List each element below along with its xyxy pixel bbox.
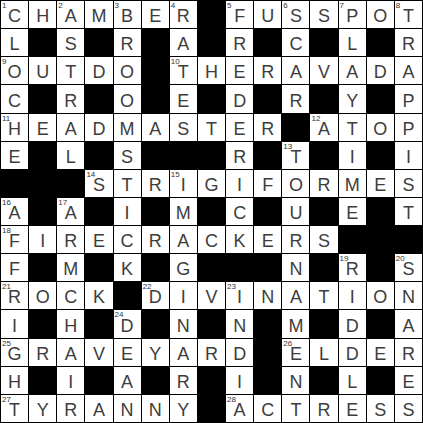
cell-r7c6[interactable]: R [142, 170, 169, 197]
clue-number: 25 [2, 339, 11, 348]
block-r4c14 [367, 85, 394, 112]
cell-letter: S [65, 35, 77, 56]
cell-letter: S [374, 401, 386, 422]
cell-r13c11[interactable]: 26E [282, 339, 309, 366]
cell-r14c7[interactable]: R [170, 367, 197, 394]
cell-letter: A [93, 401, 105, 422]
cell-letter: C [233, 204, 246, 225]
cell-letter: F [9, 232, 20, 253]
cell-r13c12[interactable]: L [310, 339, 337, 366]
cell-r5c7[interactable]: S [170, 114, 197, 141]
cell-r9c2[interactable]: I [29, 226, 56, 253]
cell-letter: O [373, 288, 387, 309]
cell-letter: I [40, 232, 45, 253]
cell-r14c9[interactable]: I [226, 367, 253, 394]
cell-letter: Y [177, 401, 189, 422]
block-r10c10 [254, 254, 281, 281]
cell-r4c3[interactable]: R [57, 85, 84, 112]
cell-r11c1[interactable]: 21R [1, 282, 28, 309]
cell-letter: S [93, 176, 105, 197]
clue-number: 13 [283, 142, 292, 151]
cell-r3c15[interactable]: A [395, 57, 422, 84]
cell-letter: I [12, 317, 17, 338]
cell-r10c13[interactable]: 19R [339, 254, 366, 281]
block-r3c6 [142, 57, 169, 84]
cell-r2c15[interactable]: R [395, 29, 422, 56]
cell-r13c3[interactable]: A [57, 339, 84, 366]
cell-letter: O [289, 176, 303, 197]
cell-letter: C [8, 7, 21, 28]
cell-letter: V [93, 345, 105, 366]
cell-r14c3[interactable]: I [57, 367, 84, 394]
cell-r7c7[interactable]: 15I [170, 170, 197, 197]
cell-r15c9[interactable]: 28A [226, 395, 253, 422]
cell-r1c3[interactable]: 2A [57, 1, 84, 28]
cell-r1c14[interactable]: O [367, 1, 394, 28]
cell-r4c5[interactable]: O [114, 85, 141, 112]
cell-letter: M [91, 7, 106, 28]
cell-r15c5[interactable]: N [114, 395, 141, 422]
cell-r15c3[interactable]: R [57, 395, 84, 422]
block-r14c2 [29, 367, 56, 394]
clue-number: 22 [143, 282, 152, 291]
cell-r3c14[interactable]: D [367, 57, 394, 84]
block-r9c15 [395, 226, 422, 253]
block-r12c14 [367, 310, 394, 337]
cell-r13c13[interactable]: D [339, 339, 366, 366]
cell-r9c12[interactable]: S [310, 226, 337, 253]
cell-r13c4[interactable]: V [85, 339, 112, 366]
cell-letter: T [347, 120, 358, 141]
cell-r8c13[interactable]: E [339, 198, 366, 225]
block-r4c8 [198, 85, 225, 112]
cell-letter: Y [149, 345, 161, 366]
cell-r5c10[interactable]: R [254, 114, 281, 141]
cell-r14c15[interactable]: E [395, 367, 422, 394]
cell-r7c15[interactable]: S [395, 170, 422, 197]
cell-r1c10[interactable]: U [254, 1, 281, 28]
cell-letter: F [9, 260, 20, 281]
cell-r3c10[interactable]: R [254, 57, 281, 84]
cell-r9c11[interactable]: R [282, 226, 309, 253]
cell-r5c12[interactable]: 12A [310, 114, 337, 141]
cell-r1c15[interactable]: 8T [395, 1, 422, 28]
block-r2c14 [367, 29, 394, 56]
cell-letter: V [205, 288, 217, 309]
cell-r15c10[interactable]: C [254, 395, 281, 422]
cell-r9c6[interactable]: R [142, 226, 169, 253]
cell-r10c7[interactable]: G [170, 254, 197, 281]
cell-r9c4[interactable]: E [85, 226, 112, 253]
cell-r3c12[interactable]: V [310, 57, 337, 84]
cell-r7c14[interactable]: E [367, 170, 394, 197]
clue-number: 4 [171, 1, 175, 10]
cell-r10c15[interactable]: 20S [395, 254, 422, 281]
cell-r3c3[interactable]: T [57, 57, 84, 84]
block-r2c10 [254, 29, 281, 56]
cell-r8c15[interactable]: T [395, 198, 422, 225]
cell-r6c9[interactable]: R [226, 142, 253, 169]
cell-letter: T [403, 7, 414, 28]
block-r2c8 [198, 29, 225, 56]
clue-number: 14 [86, 170, 95, 179]
cell-letter: L [347, 373, 357, 394]
cell-letter: O [373, 120, 387, 141]
cell-r9c3[interactable]: R [57, 226, 84, 253]
cell-r15c13[interactable]: E [339, 395, 366, 422]
cell-r14c13[interactable]: L [339, 367, 366, 394]
clue-number: 26 [283, 339, 292, 348]
cell-letter: D [92, 63, 105, 84]
cell-letter: A [290, 288, 302, 309]
cell-letter: S [318, 232, 330, 253]
cell-letter: R [149, 176, 162, 197]
cell-letter: S [402, 176, 414, 197]
cell-letter: E [374, 176, 386, 197]
cell-letter: L [347, 35, 357, 56]
cell-r11c12[interactable]: T [310, 282, 337, 309]
cell-letter: E [234, 120, 246, 141]
cell-r13c7[interactable]: A [170, 339, 197, 366]
cell-r1c7[interactable]: 4R [170, 1, 197, 28]
block-r7c1 [1, 170, 28, 197]
cell-r15c4[interactable]: A [85, 395, 112, 422]
cell-r1c9[interactable]: 5F [226, 1, 253, 28]
cell-r8c1[interactable]: 16A [1, 198, 28, 225]
cell-r2c3[interactable]: S [57, 29, 84, 56]
cell-r12c11[interactable]: M [282, 310, 309, 337]
block-r6c14 [367, 142, 394, 169]
cell-letter: A [65, 7, 77, 28]
cell-r14c5[interactable]: A [114, 367, 141, 394]
cell-r5c5[interactable]: M [114, 114, 141, 141]
cell-r3c13[interactable]: A [339, 57, 366, 84]
cell-letter: C [8, 92, 21, 113]
cell-r5c15[interactable]: P [395, 114, 422, 141]
cell-letter: N [149, 401, 162, 422]
cell-r2c7[interactable]: A [170, 29, 197, 56]
cell-r1c5[interactable]: 3B [114, 1, 141, 28]
cell-r13c14[interactable]: E [367, 339, 394, 366]
cell-letter: H [8, 120, 21, 141]
cell-letter: I [237, 288, 242, 309]
block-r8c14 [367, 198, 394, 225]
cell-letter: N [289, 260, 302, 281]
cell-letter: C [64, 288, 77, 309]
cell-r1c12[interactable]: S [310, 1, 337, 28]
cell-letter: A [65, 120, 77, 141]
clue-number: 18 [2, 226, 11, 235]
cell-r6c15[interactable]: I [395, 142, 422, 169]
cell-r11c6[interactable]: 22D [142, 282, 169, 309]
block-r8c4 [85, 198, 112, 225]
cell-r11c13[interactable]: I [339, 282, 366, 309]
cell-r8c9[interactable]: C [226, 198, 253, 225]
cell-letter: D [346, 317, 359, 338]
cell-letter: R [318, 176, 331, 197]
cell-r15c2[interactable]: Y [29, 395, 56, 422]
clue-number: 9 [2, 57, 6, 66]
cell-letter: E [37, 120, 49, 141]
cell-r8c7[interactable]: M [170, 198, 197, 225]
clue-number: 17 [58, 198, 67, 207]
cell-r11c15[interactable]: N [395, 282, 422, 309]
block-r14c10 [254, 367, 281, 394]
cell-r4c7[interactable]: E [170, 85, 197, 112]
cell-r12c1[interactable]: I [1, 310, 28, 337]
cell-letter: L [319, 345, 329, 366]
cell-r3c1[interactable]: 9O [1, 57, 28, 84]
block-r14c8 [198, 367, 225, 394]
cell-r12c15[interactable]: A [395, 310, 422, 337]
cell-r9c7[interactable]: A [170, 226, 197, 253]
cell-r7c9[interactable]: I [226, 170, 253, 197]
cell-r5c8[interactable]: T [198, 114, 225, 141]
cell-r11c3[interactable]: C [57, 282, 84, 309]
clue-number: 15 [171, 170, 180, 179]
cell-letter: R [64, 232, 77, 253]
cell-r3c4[interactable]: D [85, 57, 112, 84]
cell-letter: E [290, 345, 302, 366]
cell-r3c5[interactable]: O [114, 57, 141, 84]
cell-letter: R [289, 232, 302, 253]
cell-r5c3[interactable]: A [57, 114, 84, 141]
cell-r11c2[interactable]: O [29, 282, 56, 309]
cell-letter: M [63, 260, 78, 281]
cell-letter: O [373, 7, 387, 28]
cell-r13c9[interactable]: D [226, 339, 253, 366]
cell-r13c5[interactable]: E [114, 339, 141, 366]
cell-letter: T [319, 288, 330, 309]
block-r10c12 [310, 254, 337, 281]
cell-r10c11[interactable]: N [282, 254, 309, 281]
cell-r2c5[interactable]: R [114, 29, 141, 56]
cell-r7c13[interactable]: M [339, 170, 366, 197]
cell-r3c7[interactable]: 10T [170, 57, 197, 84]
cell-r11c9[interactable]: 23I [226, 282, 253, 309]
cell-r3c11[interactable]: A [282, 57, 309, 84]
cell-r13c6[interactable]: Y [142, 339, 169, 366]
cell-letter: D [233, 92, 246, 113]
cell-letter: I [237, 373, 242, 394]
cell-letter: A [9, 204, 21, 225]
block-r2c12 [310, 29, 337, 56]
block-r13c10 [254, 339, 281, 366]
block-r6c7 [170, 142, 197, 169]
cell-r13c8[interactable]: R [198, 339, 225, 366]
cell-letter: R [36, 345, 49, 366]
cell-r9c8[interactable]: C [198, 226, 225, 253]
block-r5c11 [282, 114, 309, 141]
cell-r9c1[interactable]: 18F [1, 226, 28, 253]
cell-r4c9[interactable]: D [226, 85, 253, 112]
cell-r2c1[interactable]: L [1, 29, 28, 56]
cell-r8c3[interactable]: 17A [57, 198, 84, 225]
clue-number: 5 [227, 1, 231, 10]
clue-number: 1 [2, 1, 6, 10]
block-r7c2 [29, 170, 56, 197]
cell-r9c10[interactable]: E [254, 226, 281, 253]
cell-r6c11[interactable]: 13T [282, 142, 309, 169]
cell-r6c13[interactable]: I [339, 142, 366, 169]
cell-r7c11[interactable]: O [282, 170, 309, 197]
cell-letter: S [402, 401, 414, 422]
block-r12c4 [85, 310, 112, 337]
cell-r5c13[interactable]: T [339, 114, 366, 141]
cell-r13c2[interactable]: R [29, 339, 56, 366]
cell-letter: M [288, 317, 303, 338]
cell-r12c5[interactable]: 24D [114, 310, 141, 337]
cell-letter: P [346, 7, 358, 28]
cell-r5c9[interactable]: E [226, 114, 253, 141]
cell-r14c11[interactable]: N [282, 367, 309, 394]
cell-r13c1[interactable]: 25G [1, 339, 28, 366]
cell-r11c14[interactable]: O [367, 282, 394, 309]
cell-r15c6[interactable]: N [142, 395, 169, 422]
cell-letter: Y [346, 92, 358, 113]
cell-letter: R [64, 401, 77, 422]
cell-letter: S [121, 148, 133, 169]
block-r6c6 [142, 142, 169, 169]
cell-r11c4[interactable]: K [85, 282, 112, 309]
cell-r1c2[interactable]: H [29, 1, 56, 28]
cell-r8c11[interactable]: U [282, 198, 309, 225]
cell-letter: C [205, 232, 218, 253]
cell-r7c12[interactable]: R [310, 170, 337, 197]
block-r2c6 [142, 29, 169, 56]
cell-letter: R [402, 35, 415, 56]
clue-number: 23 [227, 282, 236, 291]
cell-r11c8[interactable]: V [198, 282, 225, 309]
cell-r7c10[interactable]: F [254, 170, 281, 197]
cell-r12c13[interactable]: D [339, 310, 366, 337]
cell-letter: M [120, 120, 135, 141]
cell-r14c1[interactable]: H [1, 367, 28, 394]
cell-r1c1[interactable]: 1C [1, 1, 28, 28]
cell-r15c12[interactable]: R [310, 395, 337, 422]
cell-r6c5[interactable]: S [114, 142, 141, 169]
cell-letter: E [402, 373, 414, 394]
cell-r10c1[interactable]: F [1, 254, 28, 281]
cell-r3c2[interactable]: U [29, 57, 56, 84]
cell-letter: U [261, 7, 274, 28]
cell-r1c13[interactable]: 7P [339, 1, 366, 28]
cell-r4c11[interactable]: R [282, 85, 309, 112]
cell-letter: R [121, 35, 134, 56]
cell-letter: R [346, 260, 359, 281]
cell-letter: Y [37, 401, 49, 422]
block-r7c3 [57, 170, 84, 197]
cell-r1c6[interactable]: E [142, 1, 169, 28]
cell-letter: T [122, 176, 133, 197]
block-r2c2 [29, 29, 56, 56]
block-r14c4 [85, 367, 112, 394]
block-r9c14 [367, 226, 394, 253]
cell-r3c8[interactable]: H [198, 57, 225, 84]
cell-r9c5[interactable]: C [114, 226, 141, 253]
cell-r11c11[interactable]: A [282, 282, 309, 309]
cell-r10c5[interactable]: K [114, 254, 141, 281]
cell-letter: N [233, 317, 246, 338]
cell-letter: A [234, 401, 246, 422]
cell-r5c2[interactable]: E [29, 114, 56, 141]
cell-r12c7[interactable]: N [170, 310, 197, 337]
cell-letter: C [261, 401, 274, 422]
cell-letter: R [261, 120, 274, 141]
cell-r12c9[interactable]: N [226, 310, 253, 337]
cell-r3c9[interactable]: E [226, 57, 253, 84]
cell-letter: R [233, 148, 246, 169]
block-r12c6 [142, 310, 169, 337]
clue-number: 2 [58, 1, 62, 10]
cell-r5c4[interactable]: D [85, 114, 112, 141]
cell-r2c9[interactable]: R [226, 29, 253, 56]
cell-letter: R [177, 7, 190, 28]
block-r12c2 [29, 310, 56, 337]
cell-letter: T [65, 63, 76, 84]
cell-r11c7[interactable]: I [170, 282, 197, 309]
cell-r5c6[interactable]: A [142, 114, 169, 141]
block-r6c10 [254, 142, 281, 169]
cell-r4c1[interactable]: C [1, 85, 28, 112]
cell-r12c3[interactable]: H [57, 310, 84, 337]
cell-letter: T [290, 148, 301, 169]
clue-number: 6 [283, 1, 287, 10]
cell-letter: S [402, 260, 414, 281]
cell-letter: A [402, 317, 414, 338]
cell-r11c10[interactable]: N [254, 282, 281, 309]
cell-r5c1[interactable]: 11H [1, 114, 28, 141]
cell-r2c11[interactable]: C [282, 29, 309, 56]
cell-letter: E [9, 148, 21, 169]
block-r4c2 [29, 85, 56, 112]
cell-letter: I [406, 148, 411, 169]
block-r6c8 [198, 142, 225, 169]
cell-r6c3[interactable]: L [57, 142, 84, 169]
cell-r6c1[interactable]: E [1, 142, 28, 169]
cell-r8c5[interactable]: I [114, 198, 141, 225]
cell-r13c15[interactable]: R [395, 339, 422, 366]
cell-r1c4[interactable]: M [85, 1, 112, 28]
cell-r15c11[interactable]: T [282, 395, 309, 422]
cell-r5c14[interactable]: O [367, 114, 394, 141]
cell-r2c13[interactable]: L [339, 29, 366, 56]
cell-letter: C [121, 232, 134, 253]
cell-r4c15[interactable]: P [395, 85, 422, 112]
clue-number: 3 [115, 1, 119, 10]
cell-r1c11[interactable]: 6S [282, 1, 309, 28]
cell-letter: R [402, 345, 415, 366]
cell-r15c14[interactable]: S [367, 395, 394, 422]
cell-letter: R [318, 401, 331, 422]
cell-r9c9[interactable]: K [226, 226, 253, 253]
cell-r7c8[interactable]: G [198, 170, 225, 197]
cell-letter: R [64, 92, 77, 113]
cell-r10c3[interactable]: M [57, 254, 84, 281]
cell-r15c1[interactable]: 27T [1, 395, 28, 422]
cell-r7c4[interactable]: 14S [85, 170, 112, 197]
cell-letter: I [350, 288, 355, 309]
cell-letter: R [261, 63, 274, 84]
block-r4c4 [85, 85, 112, 112]
cell-r15c7[interactable]: Y [170, 395, 197, 422]
cell-r7c5[interactable]: T [114, 170, 141, 197]
cell-r15c15[interactable]: S [395, 395, 422, 422]
cell-letter: E [149, 7, 161, 28]
clue-number: 12 [311, 114, 320, 123]
cell-r4c13[interactable]: Y [339, 85, 366, 112]
cell-letter: N [261, 288, 274, 309]
